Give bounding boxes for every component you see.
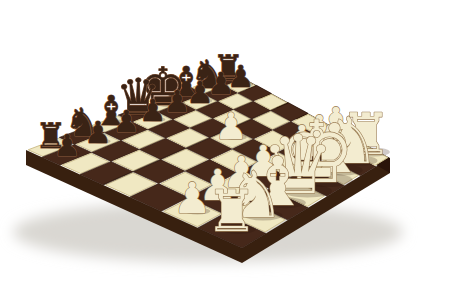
chocolate-chess-set-photo: ♜♟♞♟♝♟♚♟♛♟♝♟♞♟♟♟♟♜♜♟♟♞♝♟♚♟♛♟♝♟♞♜ — [0, 0, 450, 300]
chess-piece-black-pawn: ♟ — [53, 128, 80, 163]
chess-piece-black-pawn: ♟ — [163, 84, 190, 119]
chess-board: ♜♟♞♟♝♟♚♟♛♟♝♟♞♟♟♟♟♜♜♟♟♞♝♟♚♟♛♟♝♟♞♜ — [0, 0, 450, 300]
chess-piece-white-rook: ♜ — [206, 178, 257, 244]
chess-piece-black-pawn: ♟ — [139, 93, 166, 128]
chess-piece-black-pawn: ♟ — [113, 104, 140, 139]
chess-piece-black-pawn: ♟ — [84, 115, 111, 150]
